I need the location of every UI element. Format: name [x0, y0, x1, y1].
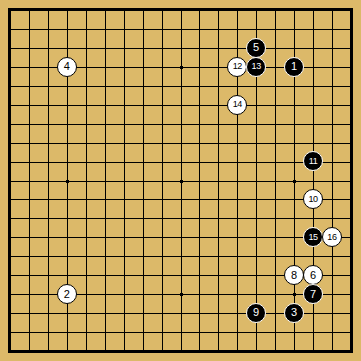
stone-move-number: 15 — [308, 233, 317, 242]
stone-7-black[interactable]: 7 — [303, 284, 323, 304]
stone-9-black[interactable]: 9 — [246, 303, 266, 323]
stone-move-number: 11 — [309, 157, 318, 166]
stone-6-white[interactable]: 6 — [303, 265, 323, 285]
stone-move-number: 8 — [291, 270, 297, 281]
stone-move-number: 12 — [233, 62, 242, 71]
stone-move-number: 7 — [310, 289, 316, 300]
stone-14-white[interactable]: 14 — [227, 95, 247, 115]
stone-move-number: 9 — [253, 307, 259, 318]
stone-move-number: 2 — [64, 289, 70, 300]
stone-move-number: 14 — [233, 100, 242, 109]
stone-move-number: 4 — [64, 61, 70, 72]
stone-move-number: 16 — [327, 233, 336, 242]
stone-12-white[interactable]: 12 — [227, 57, 247, 77]
stone-3-black[interactable]: 3 — [284, 303, 304, 323]
stone-move-number: 6 — [310, 270, 316, 281]
stone-move-number: 3 — [291, 307, 297, 318]
stone-11-black[interactable]: 11 — [303, 151, 323, 171]
stone-2-white[interactable]: 2 — [57, 284, 77, 304]
stone-13-black[interactable]: 13 — [246, 57, 266, 77]
stone-4-white[interactable]: 4 — [57, 57, 77, 77]
stone-8-white[interactable]: 8 — [284, 265, 304, 285]
stone-1-black[interactable]: 1 — [284, 57, 304, 77]
go-board: 12345678910111213141516 — [0, 0, 361, 361]
stone-move-number: 1 — [291, 61, 297, 72]
stone-move-number: 10 — [308, 195, 317, 204]
stone-move-number: 5 — [253, 42, 259, 53]
stones-layer: 12345678910111213141516 — [1, 1, 361, 361]
stone-5-black[interactable]: 5 — [246, 38, 266, 58]
stone-16-white[interactable]: 16 — [322, 227, 342, 247]
stone-15-black[interactable]: 15 — [303, 227, 323, 247]
stone-10-white[interactable]: 10 — [303, 189, 323, 209]
stone-move-number: 13 — [252, 62, 261, 71]
